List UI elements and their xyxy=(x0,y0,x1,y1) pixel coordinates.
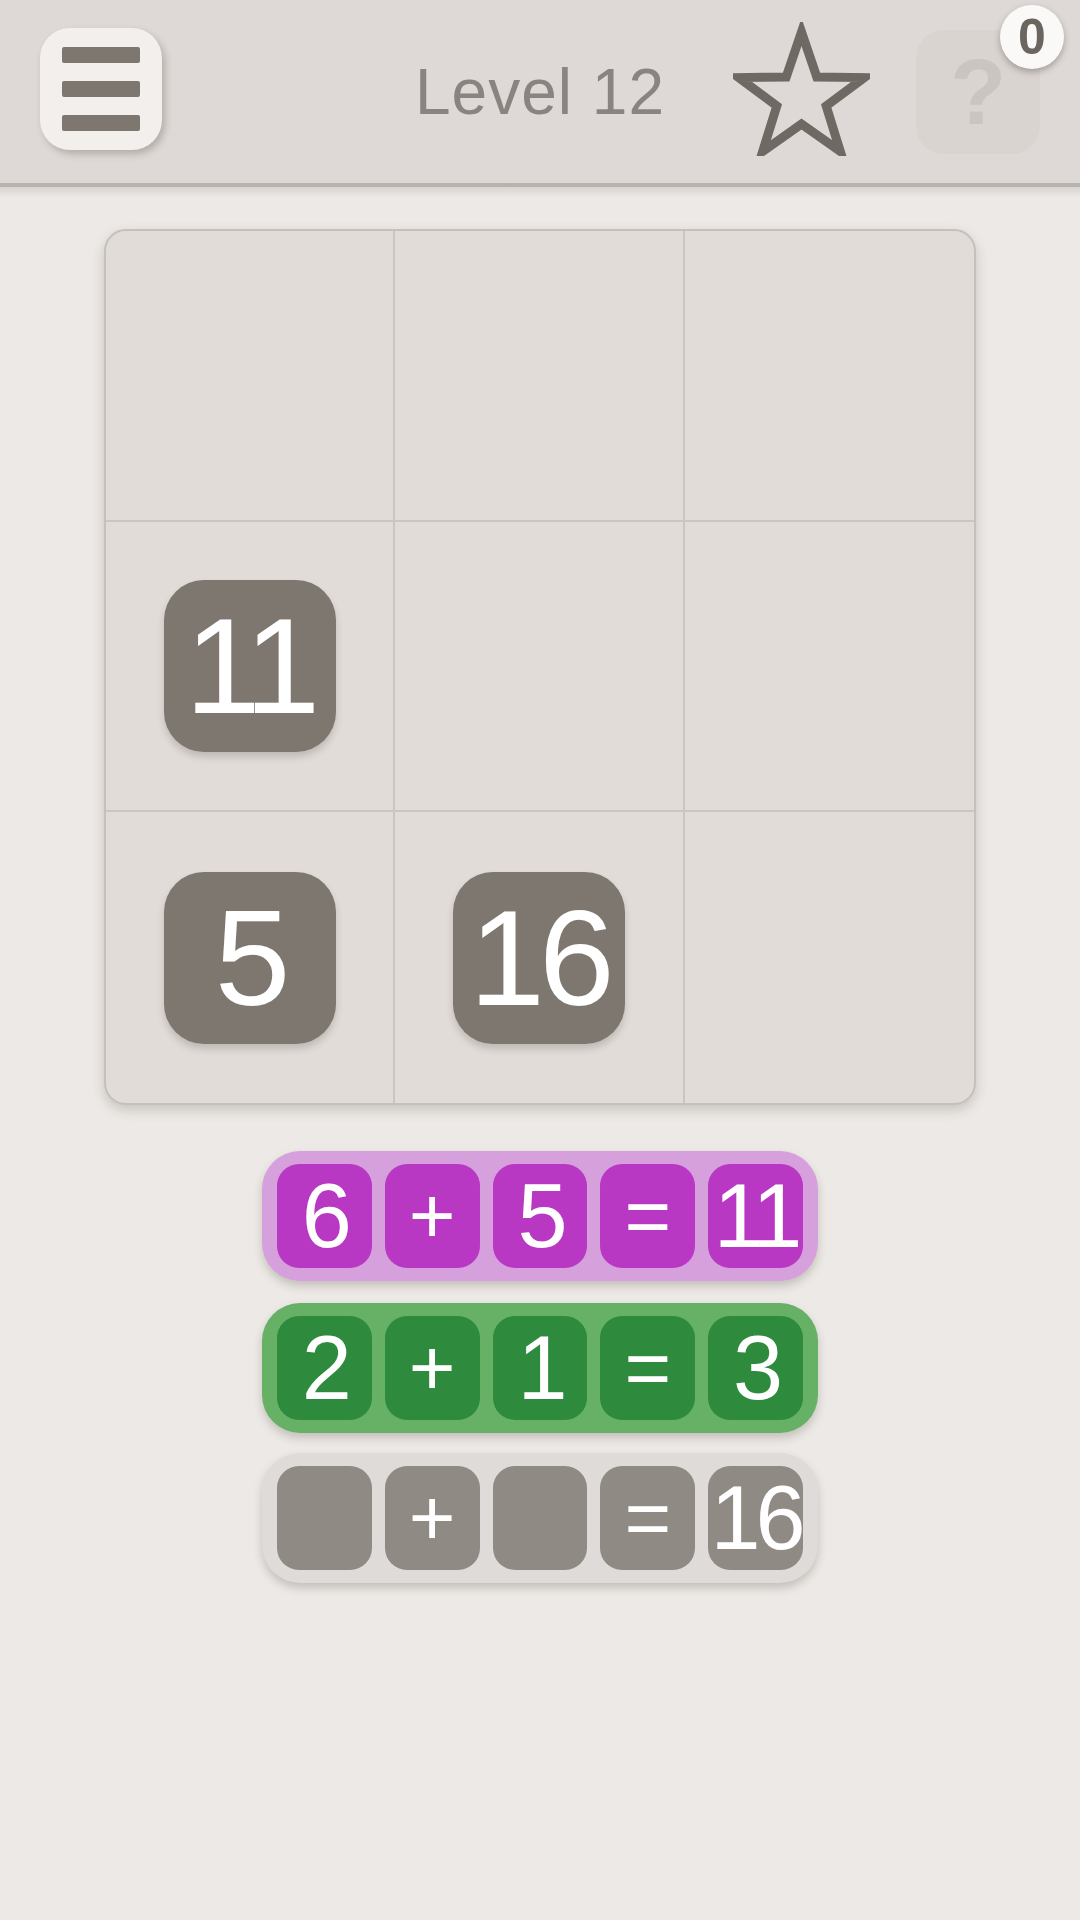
plus-operator-tile: + xyxy=(385,1466,480,1570)
equals-operator-tile: = xyxy=(600,1164,695,1268)
equation-blank-slot[interactable] xyxy=(493,1466,588,1570)
board-cell-r0c0[interactable] xyxy=(106,231,395,522)
board-cell-r1c1[interactable] xyxy=(395,522,684,813)
plus-operator-tile: + xyxy=(385,1164,480,1268)
equation-result-tile: 16 xyxy=(708,1466,803,1570)
equals-operator-tile: = xyxy=(600,1466,695,1570)
board-cell-r0c1[interactable] xyxy=(395,231,684,522)
equation-blank-slot[interactable] xyxy=(277,1466,372,1570)
hint-count: 0 xyxy=(1018,8,1046,66)
equation-row-unsolved-gray: + = 16 xyxy=(262,1453,818,1583)
board-cell-r2c1[interactable]: 16 xyxy=(395,812,684,1103)
equation-operand-tile[interactable]: 5 xyxy=(493,1164,588,1268)
header-divider-shadow xyxy=(0,187,1080,197)
board-cell-r2c0[interactable]: 5 xyxy=(106,812,395,1103)
board-cell-r1c2[interactable] xyxy=(685,522,974,813)
equation-operand-tile[interactable]: 6 xyxy=(277,1164,372,1268)
number-piece-5[interactable]: 5 xyxy=(164,872,336,1044)
menu-button[interactable] xyxy=(40,28,162,150)
equation-row-solved-green: 2 + 1 = 3 xyxy=(262,1303,818,1433)
equation-row-solved-purple: 6 + 5 = 11 xyxy=(262,1151,818,1281)
equation-result-tile: 3 xyxy=(708,1316,803,1420)
equals-operator-tile: = xyxy=(600,1316,695,1420)
number-piece-11[interactable]: 11 xyxy=(164,580,336,752)
puzzle-board: 11 5 16 xyxy=(104,229,976,1105)
plus-operator-tile: + xyxy=(385,1316,480,1420)
board-cell-r1c0[interactable]: 11 xyxy=(106,522,395,813)
question-mark-icon: ? xyxy=(950,40,1006,145)
equation-result-tile: 11 xyxy=(708,1164,803,1268)
board-cell-r2c2[interactable] xyxy=(685,812,974,1103)
star-icon[interactable] xyxy=(733,22,870,156)
equation-operand-tile[interactable]: 1 xyxy=(493,1316,588,1420)
number-piece-16[interactable]: 16 xyxy=(453,872,625,1044)
equation-operand-tile[interactable]: 2 xyxy=(277,1316,372,1420)
board-cell-r0c2[interactable] xyxy=(685,231,974,522)
hint-count-badge: 0 xyxy=(1000,5,1064,69)
